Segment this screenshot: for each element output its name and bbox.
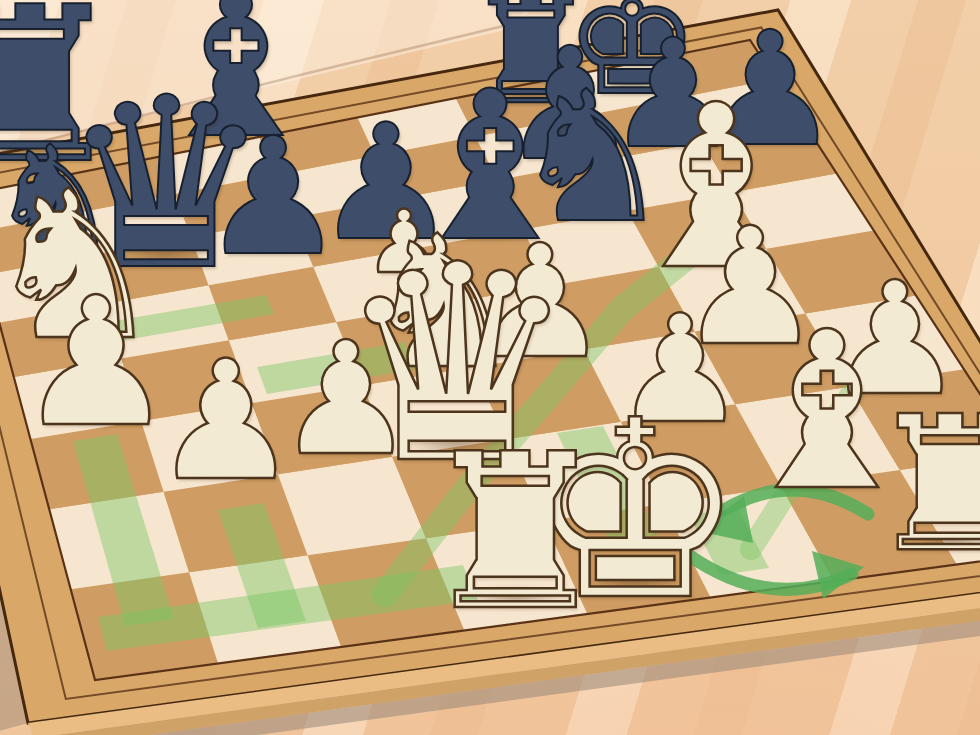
- piece-white-pawn-b2[interactable]: ♟: [144, 339, 309, 504]
- piece-white-rook-d1[interactable]: ♜: [408, 425, 623, 640]
- chess-castling-illustration: ♚♜♝♟♟♜♟♞♝♟♞♟♝♛♟♞♟♟♞♟♟♟♟♛♟♝♜♚♜: [0, 0, 980, 735]
- piece-white-rook-h1[interactable]: ♜: [857, 392, 980, 578]
